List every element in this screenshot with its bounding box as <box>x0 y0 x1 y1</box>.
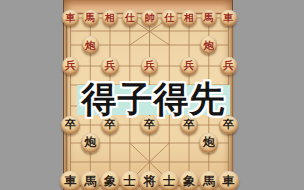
letterbox-right <box>233 0 304 190</box>
piece-red-horse[interactable]: 馬 <box>201 10 218 27</box>
letterbox-left <box>0 0 63 190</box>
piece-red-elephant[interactable]: 相 <box>102 10 119 27</box>
caption-band: 得子得先 <box>77 85 230 115</box>
piece-black-soldier[interactable]: 卒 <box>61 116 80 135</box>
piece-black-horse[interactable]: 馬 <box>80 171 100 190</box>
piece-black-advisor[interactable]: 士 <box>159 171 179 190</box>
piece-red-soldier[interactable]: 兵 <box>141 57 159 75</box>
piece-red-rook[interactable]: 車 <box>62 10 79 27</box>
piece-red-advisor[interactable]: 仕 <box>161 10 178 27</box>
piece-black-general[interactable]: 将 <box>139 171 159 190</box>
screenshot-stage: 車馬相仕帥仕相馬車炮炮兵兵兵兵兵卒卒卒卒卒炮炮車馬象士将士象馬車 得子得先 <box>0 0 304 190</box>
piece-black-advisor[interactable]: 士 <box>120 171 140 190</box>
piece-black-cannon[interactable]: 炮 <box>199 133 218 152</box>
piece-black-rook[interactable]: 車 <box>60 171 80 190</box>
piece-black-horse[interactable]: 馬 <box>199 171 219 190</box>
piece-red-cannon[interactable]: 炮 <box>200 36 217 53</box>
piece-black-rook[interactable]: 車 <box>218 171 238 190</box>
piece-black-elephant[interactable]: 象 <box>179 171 199 190</box>
piece-red-soldier[interactable]: 兵 <box>220 57 238 75</box>
piece-red-horse[interactable]: 馬 <box>82 10 99 27</box>
piece-black-cannon[interactable]: 炮 <box>81 133 100 152</box>
piece-red-rook[interactable]: 車 <box>220 10 237 27</box>
piece-red-soldier[interactable]: 兵 <box>62 57 80 75</box>
piece-red-cannon[interactable]: 炮 <box>82 36 99 53</box>
piece-red-elephant[interactable]: 相 <box>181 10 198 27</box>
piece-red-advisor[interactable]: 仕 <box>122 10 139 27</box>
piece-red-soldier[interactable]: 兵 <box>180 57 198 75</box>
piece-red-soldier[interactable]: 兵 <box>101 57 119 75</box>
piece-red-general[interactable]: 帥 <box>141 10 158 27</box>
piece-black-elephant[interactable]: 象 <box>100 171 120 190</box>
caption-text: 得子得先 <box>82 76 226 123</box>
